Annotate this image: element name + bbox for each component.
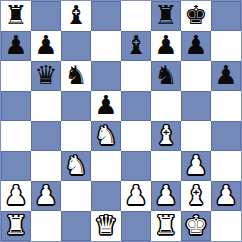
square-e5[interactable] (121, 91, 151, 121)
square-b2[interactable]: ♟ (31, 181, 61, 211)
white-pawn-piece: ♟ (34, 182, 57, 208)
square-e2[interactable]: ♟ (121, 181, 151, 211)
square-d6[interactable] (91, 61, 121, 91)
black-pawn-piece: ♟ (184, 32, 207, 58)
square-b6[interactable]: ♛ (31, 61, 61, 91)
white-pawn-piece: ♟ (4, 182, 27, 208)
square-a5[interactable] (1, 91, 31, 121)
square-c5[interactable] (61, 91, 91, 121)
square-a6[interactable] (1, 61, 31, 91)
black-pawn-piece: ♟ (214, 62, 237, 88)
white-king-piece: ♚ (184, 212, 207, 238)
square-h8[interactable] (211, 1, 241, 31)
black-bishop-piece: ♝ (124, 32, 147, 58)
square-h1[interactable] (211, 211, 241, 241)
square-c7[interactable] (61, 31, 91, 61)
white-pawn-piece: ♟ (214, 182, 237, 208)
square-d7[interactable] (91, 31, 121, 61)
square-f1[interactable]: ♜ (151, 211, 181, 241)
square-a4[interactable] (1, 121, 31, 151)
square-f7[interactable]: ♟ (151, 31, 181, 61)
square-c1[interactable] (61, 211, 91, 241)
square-d1[interactable]: ♛ (91, 211, 121, 241)
square-f4[interactable]: ♝ (151, 121, 181, 151)
square-b3[interactable] (31, 151, 61, 181)
square-e7[interactable]: ♝ (121, 31, 151, 61)
square-g5[interactable] (181, 91, 211, 121)
square-c3[interactable]: ♞ (61, 151, 91, 181)
white-pawn-piece: ♟ (184, 152, 207, 178)
square-d8[interactable] (91, 1, 121, 31)
black-pawn-piece: ♟ (4, 32, 27, 58)
square-a1[interactable]: ♜ (1, 211, 31, 241)
square-h6[interactable]: ♟ (211, 61, 241, 91)
square-b8[interactable] (31, 1, 61, 31)
square-g2[interactable]: ♝ (181, 181, 211, 211)
square-c6[interactable]: ♞ (61, 61, 91, 91)
white-knight-piece: ♞ (94, 122, 117, 148)
square-a8[interactable]: ♜ (1, 1, 31, 31)
white-bishop-piece: ♝ (184, 182, 207, 208)
white-pawn-piece: ♟ (124, 182, 147, 208)
square-c2[interactable] (61, 181, 91, 211)
square-e4[interactable] (121, 121, 151, 151)
square-c8[interactable]: ♝ (61, 1, 91, 31)
square-h5[interactable] (211, 91, 241, 121)
chess-board: ♜♝♜♚♟♟♝♟♟♛♞♞♟♟♞♝♞♟♟♟♟♟♝♟♜♛♜♚ (0, 0, 242, 242)
black-knight-piece: ♞ (64, 62, 87, 88)
square-g7[interactable]: ♟ (181, 31, 211, 61)
black-bishop-piece: ♝ (64, 2, 87, 28)
square-f8[interactable]: ♜ (151, 1, 181, 31)
black-knight-piece: ♞ (154, 62, 177, 88)
square-a2[interactable]: ♟ (1, 181, 31, 211)
square-f2[interactable]: ♟ (151, 181, 181, 211)
white-knight-piece: ♞ (64, 152, 87, 178)
black-pawn-piece: ♟ (34, 32, 57, 58)
square-h3[interactable] (211, 151, 241, 181)
black-queen-piece: ♛ (34, 62, 57, 88)
square-e1[interactable] (121, 211, 151, 241)
square-d2[interactable] (91, 181, 121, 211)
square-h7[interactable] (211, 31, 241, 61)
black-rook-piece: ♜ (154, 2, 177, 28)
square-g3[interactable]: ♟ (181, 151, 211, 181)
square-e3[interactable] (121, 151, 151, 181)
square-f5[interactable] (151, 91, 181, 121)
square-g4[interactable] (181, 121, 211, 151)
square-a7[interactable]: ♟ (1, 31, 31, 61)
white-rook-piece: ♜ (154, 212, 177, 238)
square-e6[interactable] (121, 61, 151, 91)
square-g6[interactable] (181, 61, 211, 91)
square-h4[interactable] (211, 121, 241, 151)
square-b4[interactable] (31, 121, 61, 151)
white-queen-piece: ♛ (94, 212, 117, 238)
square-a3[interactable] (1, 151, 31, 181)
black-pawn-piece: ♟ (154, 32, 177, 58)
square-d5[interactable]: ♟ (91, 91, 121, 121)
white-bishop-piece: ♝ (154, 122, 177, 148)
square-d4[interactable]: ♞ (91, 121, 121, 151)
black-rook-piece: ♜ (4, 2, 27, 28)
square-f6[interactable]: ♞ (151, 61, 181, 91)
white-rook-piece: ♜ (4, 212, 27, 238)
black-pawn-piece: ♟ (94, 92, 117, 118)
black-king-piece: ♚ (184, 2, 207, 28)
square-g8[interactable]: ♚ (181, 1, 211, 31)
square-d3[interactable] (91, 151, 121, 181)
square-c4[interactable] (61, 121, 91, 151)
square-e8[interactable] (121, 1, 151, 31)
square-b1[interactable] (31, 211, 61, 241)
white-pawn-piece: ♟ (154, 182, 177, 208)
square-b5[interactable] (31, 91, 61, 121)
square-b7[interactable]: ♟ (31, 31, 61, 61)
square-h2[interactable]: ♟ (211, 181, 241, 211)
square-f3[interactable] (151, 151, 181, 181)
square-g1[interactable]: ♚ (181, 211, 211, 241)
